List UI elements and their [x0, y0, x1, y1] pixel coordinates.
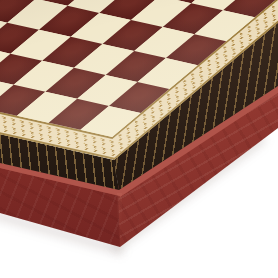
product-photo-chessboard	[0, 0, 278, 278]
